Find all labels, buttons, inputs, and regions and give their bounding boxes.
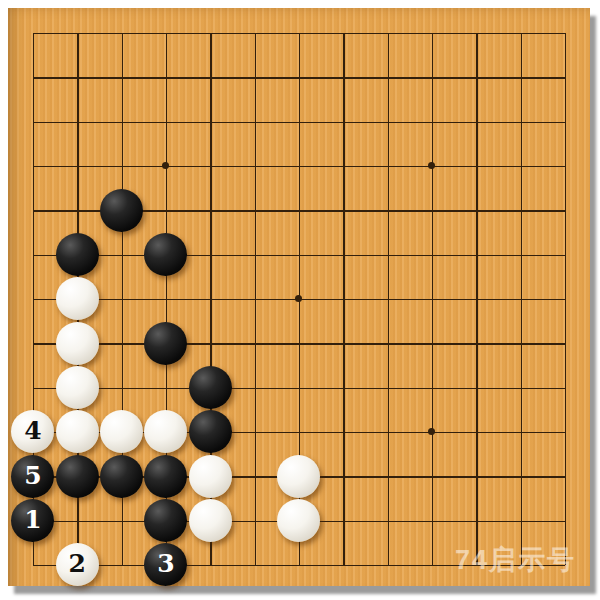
intersection-c3-r1[interactable] [99, 11, 143, 55]
intersection-c5-r2[interactable] [188, 55, 232, 99]
intersection-c13-r1[interactable] [543, 11, 587, 55]
intersection-c10-r3[interactable] [410, 99, 454, 143]
intersection-c5-r6[interactable] [188, 232, 232, 276]
intersection-c6-r3[interactable] [232, 99, 276, 143]
intersection-c1-r4[interactable] [11, 144, 55, 188]
intersection-c7-r3[interactable] [277, 99, 321, 143]
intersection-c5-r7[interactable] [188, 277, 232, 321]
intersection-c4-r13[interactable]: 3 [144, 543, 188, 587]
intersection-c12-r1[interactable] [498, 11, 542, 55]
stone-black [144, 499, 187, 542]
intersection-c7-r8[interactable] [277, 321, 321, 365]
intersection-c2-r9[interactable] [55, 365, 99, 409]
intersection-c11-r8[interactable] [454, 321, 498, 365]
stone-white-move-2: 2 [56, 543, 99, 586]
move-number: 3 [157, 551, 174, 576]
intersection-c1-r9[interactable] [11, 365, 55, 409]
intersection-c5-r4[interactable] [188, 144, 232, 188]
intersection-c7-r10[interactable] [277, 410, 321, 454]
intersection-c5-r3[interactable] [188, 99, 232, 143]
intersection-c3-r4[interactable] [99, 144, 143, 188]
stone-black [189, 410, 232, 453]
intersection-c8-r8[interactable] [321, 321, 365, 365]
intersection-c3-r11[interactable] [99, 454, 143, 498]
go-diagram: 45123 74启示号 [0, 0, 600, 600]
intersection-c3-r6[interactable] [99, 232, 143, 276]
intersection-c8-r11[interactable] [321, 454, 365, 498]
intersection-c9-r11[interactable] [365, 454, 409, 498]
intersection-c7-r9[interactable] [277, 365, 321, 409]
intersection-c4-r3[interactable] [144, 99, 188, 143]
intersection-c1-r3[interactable] [11, 99, 55, 143]
intersection-c7-r6[interactable] [277, 232, 321, 276]
intersection-c2-r4[interactable] [55, 144, 99, 188]
stone-black [100, 455, 143, 498]
intersection-c11-r2[interactable] [454, 55, 498, 99]
intersection-c10-r1[interactable] [410, 11, 454, 55]
intersection-c4-r4[interactable] [144, 144, 188, 188]
stone-black-move-5: 5 [11, 455, 54, 498]
board-grid: 45123 [11, 11, 587, 587]
intersection-c8-r13[interactable] [321, 543, 365, 587]
intersection-c4-r7[interactable] [144, 277, 188, 321]
intersection-c2-r1[interactable] [55, 11, 99, 55]
intersection-c9-r7[interactable] [365, 277, 409, 321]
stone-white [56, 322, 99, 365]
stone-white [189, 455, 232, 498]
stone-black [144, 322, 187, 365]
intersection-c4-r8[interactable] [144, 321, 188, 365]
intersection-c2-r2[interactable] [55, 55, 99, 99]
intersection-c11-r12[interactable] [454, 498, 498, 542]
intersection-c3-r2[interactable] [99, 55, 143, 99]
intersection-c13-r6[interactable] [543, 232, 587, 276]
intersection-c11-r11[interactable] [454, 454, 498, 498]
intersection-c1-r6[interactable] [11, 232, 55, 276]
intersection-c1-r11[interactable]: 5 [11, 454, 55, 498]
intersection-c6-r9[interactable] [232, 365, 276, 409]
intersection-c10-r4[interactable] [410, 144, 454, 188]
intersection-c9-r4[interactable] [365, 144, 409, 188]
intersection-c12-r11[interactable] [498, 454, 542, 498]
intersection-c12-r10[interactable] [498, 410, 542, 454]
intersection-c10-r2[interactable] [410, 55, 454, 99]
intersection-c7-r4[interactable] [277, 144, 321, 188]
intersection-c13-r9[interactable] [543, 365, 587, 409]
intersection-c12-r2[interactable] [498, 55, 542, 99]
move-number: 5 [24, 463, 41, 488]
intersection-c7-r13[interactable] [277, 543, 321, 587]
intersection-c9-r9[interactable] [365, 365, 409, 409]
intersection-c4-r12[interactable] [144, 498, 188, 542]
intersection-c9-r2[interactable] [365, 55, 409, 99]
intersection-c11-r1[interactable] [454, 11, 498, 55]
intersection-c4-r10[interactable] [144, 410, 188, 454]
intersection-c11-r5[interactable] [454, 188, 498, 232]
intersection-c4-r2[interactable] [144, 55, 188, 99]
stone-black-move-1: 1 [11, 499, 54, 542]
intersection-c10-r5[interactable] [410, 188, 454, 232]
stone-white [56, 277, 99, 320]
intersection-c1-r7[interactable] [11, 277, 55, 321]
intersection-c7-r12[interactable] [277, 498, 321, 542]
intersection-c9-r10[interactable] [365, 410, 409, 454]
intersection-c2-r12[interactable] [55, 498, 99, 542]
stone-black [144, 455, 187, 498]
stone-black [56, 455, 99, 498]
intersection-c6-r13[interactable] [232, 543, 276, 587]
intersection-c8-r5[interactable] [321, 188, 365, 232]
intersection-c12-r9[interactable] [498, 365, 542, 409]
intersection-c10-r12[interactable] [410, 498, 454, 542]
intersection-c9-r3[interactable] [365, 99, 409, 143]
intersection-c13-r3[interactable] [543, 99, 587, 143]
stone-black-move-3: 3 [144, 543, 187, 586]
intersection-c12-r8[interactable] [498, 321, 542, 365]
intersection-c8-r12[interactable] [321, 498, 365, 542]
intersection-c2-r5[interactable] [55, 188, 99, 232]
intersection-c5-r11[interactable] [188, 454, 232, 498]
intersection-c9-r6[interactable] [365, 232, 409, 276]
intersection-c2-r3[interactable] [55, 99, 99, 143]
stone-white [189, 499, 232, 542]
intersection-c7-r5[interactable] [277, 188, 321, 232]
intersection-c12-r3[interactable] [498, 99, 542, 143]
intersection-c3-r9[interactable] [99, 365, 143, 409]
intersection-c9-r8[interactable] [365, 321, 409, 365]
move-number: 4 [24, 418, 41, 443]
go-board: 45123 74启示号 [8, 8, 590, 586]
intersection-c10-r13[interactable] [410, 543, 454, 587]
intersection-c5-r12[interactable] [188, 498, 232, 542]
stone-white [100, 410, 143, 453]
intersection-c6-r7[interactable] [232, 277, 276, 321]
intersection-c4-r11[interactable] [144, 454, 188, 498]
move-number: 1 [24, 507, 41, 532]
intersection-c3-r8[interactable] [99, 321, 143, 365]
intersection-c9-r1[interactable] [365, 11, 409, 55]
intersection-c11-r4[interactable] [454, 144, 498, 188]
stone-white [277, 499, 320, 542]
intersection-c10-r7[interactable] [410, 277, 454, 321]
intersection-c5-r13[interactable] [188, 543, 232, 587]
intersection-c8-r10[interactable] [321, 410, 365, 454]
intersection-c6-r1[interactable] [232, 11, 276, 55]
intersection-c11-r9[interactable] [454, 365, 498, 409]
intersection-c13-r4[interactable] [543, 144, 587, 188]
intersection-c5-r5[interactable] [188, 188, 232, 232]
intersection-c1-r12[interactable]: 1 [11, 498, 55, 542]
intersection-c4-r9[interactable] [144, 365, 188, 409]
stone-black [144, 233, 187, 276]
intersection-c1-r1[interactable] [11, 11, 55, 55]
intersection-c12-r6[interactable] [498, 232, 542, 276]
intersection-c6-r10[interactable] [232, 410, 276, 454]
intersection-c8-r4[interactable] [321, 144, 365, 188]
intersection-c9-r12[interactable] [365, 498, 409, 542]
intersection-c13-r10[interactable] [543, 410, 587, 454]
intersection-c9-r13[interactable] [365, 543, 409, 587]
stone-white [56, 366, 99, 409]
intersection-c3-r5[interactable] [99, 188, 143, 232]
move-number: 2 [69, 551, 86, 576]
intersection-c2-r8[interactable] [55, 321, 99, 365]
intersection-c6-r8[interactable] [232, 321, 276, 365]
intersection-c4-r1[interactable] [144, 11, 188, 55]
intersection-c6-r11[interactable] [232, 454, 276, 498]
intersection-c5-r9[interactable] [188, 365, 232, 409]
intersection-c11-r10[interactable] [454, 410, 498, 454]
intersection-c12-r12[interactable] [498, 498, 542, 542]
intersection-c6-r5[interactable] [232, 188, 276, 232]
intersection-c3-r13[interactable] [99, 543, 143, 587]
intersection-c12-r5[interactable] [498, 188, 542, 232]
intersection-c10-r11[interactable] [410, 454, 454, 498]
stone-black [189, 366, 232, 409]
intersection-c3-r12[interactable] [99, 498, 143, 542]
intersection-c7-r11[interactable] [277, 454, 321, 498]
intersection-c6-r6[interactable] [232, 232, 276, 276]
intersection-c6-r12[interactable] [232, 498, 276, 542]
intersection-c5-r8[interactable] [188, 321, 232, 365]
intersection-c1-r2[interactable] [11, 55, 55, 99]
intersection-c11-r6[interactable] [454, 232, 498, 276]
intersection-c5-r1[interactable] [188, 11, 232, 55]
intersection-c13-r8[interactable] [543, 321, 587, 365]
intersection-c13-r13[interactable] [543, 543, 587, 587]
intersection-c11-r7[interactable] [454, 277, 498, 321]
intersection-c12-r7[interactable] [498, 277, 542, 321]
intersection-c13-r7[interactable] [543, 277, 587, 321]
stone-white-move-4: 4 [11, 410, 54, 453]
intersection-c7-r1[interactable] [277, 11, 321, 55]
intersection-c1-r13[interactable] [11, 543, 55, 587]
intersection-c6-r4[interactable] [232, 144, 276, 188]
intersection-c2-r6[interactable] [55, 232, 99, 276]
intersection-c13-r12[interactable] [543, 498, 587, 542]
intersection-c5-r10[interactable] [188, 410, 232, 454]
intersection-c9-r5[interactable] [365, 188, 409, 232]
stone-white [277, 455, 320, 498]
intersection-c1-r5[interactable] [11, 188, 55, 232]
stone-white [56, 410, 99, 453]
intersection-c8-r7[interactable] [321, 277, 365, 321]
intersection-c13-r5[interactable] [543, 188, 587, 232]
intersection-c3-r3[interactable] [99, 99, 143, 143]
intersection-c10-r8[interactable] [410, 321, 454, 365]
intersection-c11-r3[interactable] [454, 99, 498, 143]
intersection-c2-r11[interactable] [55, 454, 99, 498]
intersection-c3-r10[interactable] [99, 410, 143, 454]
intersection-c8-r3[interactable] [321, 99, 365, 143]
intersection-c12-r13[interactable] [498, 543, 542, 587]
intersection-c12-r4[interactable] [498, 144, 542, 188]
intersection-c10-r6[interactable] [410, 232, 454, 276]
intersection-c3-r7[interactable] [99, 277, 143, 321]
intersection-c8-r9[interactable] [321, 365, 365, 409]
intersection-c1-r8[interactable] [11, 321, 55, 365]
intersection-c1-r10[interactable]: 4 [11, 410, 55, 454]
stone-black [100, 189, 143, 232]
intersection-c2-r7[interactable] [55, 277, 99, 321]
intersection-c8-r2[interactable] [321, 55, 365, 99]
intersection-c6-r2[interactable] [232, 55, 276, 99]
intersection-c13-r2[interactable] [543, 55, 587, 99]
intersection-c7-r7[interactable] [277, 277, 321, 321]
intersection-c10-r9[interactable] [410, 365, 454, 409]
intersection-c2-r13[interactable]: 2 [55, 543, 99, 587]
intersection-c2-r10[interactable] [55, 410, 99, 454]
intersection-c11-r13[interactable] [454, 543, 498, 587]
intersection-c13-r11[interactable] [543, 454, 587, 498]
intersection-c4-r5[interactable] [144, 188, 188, 232]
stone-black [56, 233, 99, 276]
intersection-c7-r2[interactable] [277, 55, 321, 99]
intersection-c8-r6[interactable] [321, 232, 365, 276]
stone-white [144, 410, 187, 453]
intersection-c8-r1[interactable] [321, 11, 365, 55]
intersection-c4-r6[interactable] [144, 232, 188, 276]
intersection-c10-r10[interactable] [410, 410, 454, 454]
